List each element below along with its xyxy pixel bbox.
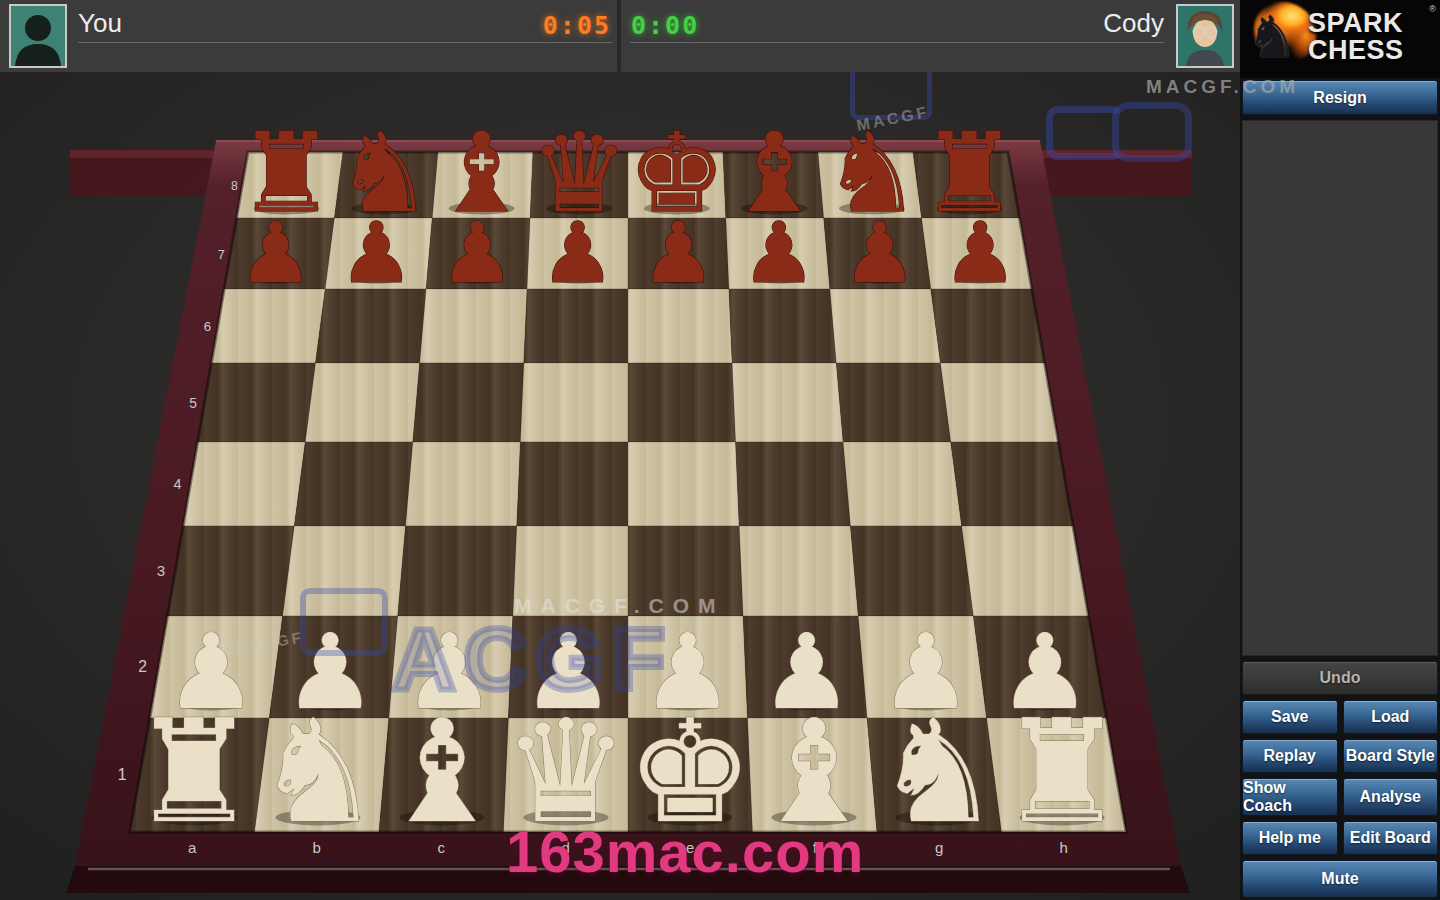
chess-board: 87654321abcdefgh♜♞♝♛♚♝♞♜♟♟♟♟♟♟♟♟♟♟♟♟♟♟♟♟… (0, 0, 1240, 900)
piece-white-queen-d1[interactable]: ♛ (502, 689, 629, 854)
top-bar: You 0:05 0:00 Cody (0, 0, 1240, 72)
divider (78, 42, 612, 43)
square-b4[interactable] (294, 442, 413, 526)
square-a3[interactable] (167, 526, 294, 616)
app-window: 87654321abcdefgh♜♞♝♛♚♝♞♜♟♟♟♟♟♟♟♟♟♟♟♟♟♟♟♟… (0, 0, 1440, 900)
piece-white-knight-g1[interactable]: ♞ (874, 689, 1001, 854)
square-e4[interactable] (628, 442, 739, 526)
help-me-button[interactable]: Help me (1242, 821, 1338, 855)
avatar[interactable] (9, 4, 67, 68)
square-b5[interactable] (305, 363, 419, 442)
square-d5[interactable] (520, 363, 628, 442)
rank-label-4: 4 (173, 476, 181, 492)
load-button[interactable]: Load (1343, 700, 1439, 734)
clock-opponent: 0:00 (631, 11, 699, 40)
square-c3[interactable] (398, 526, 517, 616)
piece-red-pawn-d7[interactable]: ♟ (540, 204, 615, 302)
logo-word2: CHESS (1308, 37, 1404, 64)
logo-text: SPARK CHESS (1308, 10, 1404, 64)
square-c4[interactable] (406, 442, 521, 526)
resign-button[interactable]: Resign (1242, 80, 1438, 115)
divider (630, 42, 1164, 43)
square-d3[interactable] (513, 526, 628, 616)
board-style-button[interactable]: Board Style (1343, 739, 1439, 773)
replay-button[interactable]: Replay (1242, 739, 1338, 773)
edit-board-button[interactable]: Edit Board (1343, 821, 1439, 855)
analyse-button[interactable]: Analyse (1343, 778, 1439, 816)
piece-red-pawn-b7[interactable]: ♟ (339, 204, 414, 302)
rank-label-7: 7 (218, 247, 225, 262)
piece-white-bishop-c1[interactable]: ♝ (378, 689, 505, 854)
rank-label-1: 1 (117, 765, 126, 784)
player-panel-opponent: 0:00 Cody (621, 0, 1240, 72)
piece-red-pawn-c7[interactable]: ♟ (439, 204, 514, 302)
sidebar: Resign Undo Save Load Replay Board Style… (1240, 78, 1440, 900)
square-e5[interactable] (628, 363, 736, 442)
square-b3[interactable] (283, 526, 406, 616)
piece-white-knight-b1[interactable]: ♞ (254, 689, 381, 854)
board-region: 87654321abcdefgh♜♞♝♛♚♝♞♜♟♟♟♟♟♟♟♟♟♟♟♟♟♟♟♟… (0, 0, 1240, 900)
piece-red-pawn-h7[interactable]: ♟ (943, 204, 1018, 302)
square-a5[interactable] (198, 363, 316, 442)
piece-white-king-e1[interactable]: ♚ (626, 689, 753, 854)
square-f3[interactable] (739, 526, 858, 616)
square-h4[interactable] (951, 442, 1073, 526)
registered-mark: ® (1429, 4, 1436, 14)
square-a4[interactable] (183, 442, 305, 526)
square-g3[interactable] (850, 526, 973, 616)
knight-icon: ♞ (1246, 8, 1298, 66)
square-f5[interactable] (732, 363, 843, 442)
rank-label-3: 3 (157, 562, 165, 579)
square-e3[interactable] (628, 526, 743, 616)
square-c5[interactable] (413, 363, 524, 442)
avatar[interactable] (1176, 4, 1234, 68)
square-f4[interactable] (736, 442, 851, 526)
piece-white-rook-h1[interactable]: ♜ (998, 689, 1125, 854)
square-g5[interactable] (836, 363, 950, 442)
rank-label-5: 5 (189, 395, 197, 411)
player-name: Cody (1103, 8, 1164, 39)
save-button[interactable]: Save (1242, 700, 1338, 734)
undo-button[interactable]: Undo (1242, 661, 1438, 695)
rank-label-2: 2 (138, 658, 147, 675)
show-coach-button[interactable]: Show Coach (1242, 778, 1338, 816)
piece-red-pawn-a7[interactable]: ♟ (238, 204, 313, 302)
piece-white-rook-a1[interactable]: ♜ (130, 689, 257, 854)
sparkchess-logo: ♞ SPARK CHESS ® (1240, 0, 1440, 78)
square-d4[interactable] (517, 442, 628, 526)
piece-red-pawn-e7[interactable]: ♟ (641, 204, 716, 302)
piece-red-pawn-f7[interactable]: ♟ (741, 204, 816, 302)
piece-white-bishop-f1[interactable]: ♝ (750, 689, 877, 854)
square-g4[interactable] (843, 442, 962, 526)
move-list-panel[interactable] (1242, 120, 1438, 656)
clock-you: 0:05 (543, 11, 611, 40)
player-panel-you: You 0:05 (0, 0, 617, 72)
square-h3[interactable] (962, 526, 1089, 616)
player-name: You (78, 8, 122, 39)
logo-word1: SPARK (1308, 10, 1404, 37)
rank-label-6: 6 (204, 319, 211, 334)
square-h5[interactable] (940, 363, 1058, 442)
piece-red-pawn-g7[interactable]: ♟ (842, 204, 917, 302)
mute-button[interactable]: Mute (1242, 860, 1438, 898)
